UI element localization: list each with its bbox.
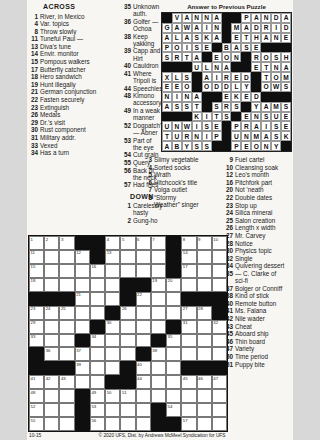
cell-r12c11[interactable]: [181, 389, 196, 403]
cell-r1c7[interactable]: 5: [120, 236, 135, 250]
clue: 42Nile wader: [224, 315, 286, 322]
clue-number: 44: [122, 85, 133, 92]
clue-number: 6: [143, 179, 154, 186]
cell-r12c13[interactable]: [212, 389, 227, 403]
cell-r7c13: M: [281, 72, 291, 82]
clue: 25Salon creation: [224, 217, 286, 224]
cell-r14c5[interactable]: 56: [90, 417, 105, 431]
cell-r1c2: V: [172, 13, 182, 23]
clue-number: 56: [122, 167, 133, 181]
clue-number: 49: [122, 107, 133, 121]
cell-r13c1[interactable]: 52: [29, 403, 44, 417]
clue-text: Thin board: [235, 338, 286, 345]
cell-r13c4: N: [192, 131, 202, 141]
cell-r11c9[interactable]: [151, 375, 166, 389]
cell-r8c13: S: [281, 82, 291, 92]
clue: 11Tuneful Paul —: [29, 35, 122, 42]
cell-r1c1[interactable]: 1: [29, 236, 44, 250]
cell-number: 20: [168, 278, 173, 283]
clue-number: 16: [224, 179, 235, 186]
clue: 35Unknown auth.: [122, 3, 161, 17]
black-cell: [120, 292, 135, 306]
cell-r5c7: O: [222, 52, 232, 62]
cell-r1c9[interactable]: 7: [151, 236, 166, 250]
clue-text: Time period: [235, 353, 286, 360]
cell-r11c10[interactable]: [166, 375, 181, 389]
clue-number: 57: [122, 181, 133, 188]
cell-r7c6: I: [212, 72, 222, 82]
cell-r6c12[interactable]: 28: [197, 306, 212, 320]
black-cell: [222, 33, 232, 43]
cell-r11c1[interactable]: 41: [29, 375, 44, 389]
cell-r12c2[interactable]: [44, 389, 59, 403]
cell-r8c3[interactable]: [59, 334, 74, 348]
cell-r6c10[interactable]: [166, 306, 181, 320]
clue-text: Silica mineral: [235, 209, 286, 216]
cell-r13c10[interactable]: 54: [166, 403, 181, 417]
cell-r10c9[interactable]: [151, 361, 166, 375]
cell-r11c2[interactable]: 42: [44, 375, 59, 389]
cell-r13c6[interactable]: [105, 403, 120, 417]
black-cell: [212, 361, 227, 375]
cell-r6c11: T: [261, 62, 271, 72]
cell-r7c4[interactable]: [75, 320, 90, 334]
cell-number: 35: [168, 334, 173, 339]
clue-text: Dogpatch's — Abner: [133, 122, 164, 136]
cell-r8c13[interactable]: [212, 334, 227, 348]
cell-r13c12[interactable]: [197, 403, 212, 417]
cell-r12c10[interactable]: [166, 389, 181, 403]
cell-r8c5[interactable]: 34: [90, 334, 105, 348]
black-cell: [105, 375, 120, 389]
cell-r13c8[interactable]: [136, 403, 151, 417]
cell-r3c7[interactable]: [120, 264, 135, 278]
cell-r7c5: A: [202, 72, 212, 82]
cell-r1c12[interactable]: 9: [197, 236, 212, 250]
cell-r3c12[interactable]: [197, 264, 212, 278]
cell-number: 28: [198, 306, 203, 311]
cell-r2c2[interactable]: [44, 250, 59, 264]
cell-r9c10[interactable]: [166, 347, 181, 361]
cell-r2c11[interactable]: 14: [181, 250, 196, 264]
cell-r6c4[interactable]: [75, 306, 90, 320]
cell-r4c2[interactable]: [44, 278, 59, 292]
answer-panel-title: Answer to Previous Puzzle: [161, 3, 292, 10]
clue-text: Sorted socks: [154, 164, 201, 171]
cell-r14c5: S: [202, 141, 212, 151]
cell-number: 3: [61, 237, 63, 242]
cell-r7c9[interactable]: [151, 320, 166, 334]
down-clues-right-column: 9Fuel cartel10Cleansing soak12Leo's mont…: [224, 156, 286, 368]
black-cell: [182, 112, 192, 122]
cell-r14c10: O: [251, 141, 261, 151]
cell-r3c13: E: [281, 33, 291, 43]
cell-r11c13[interactable]: 47: [212, 375, 227, 389]
cell-r12c7[interactable]: 51: [120, 389, 135, 403]
clue: 13Diva's tune: [29, 43, 122, 50]
cell-r3c3[interactable]: [59, 264, 74, 278]
clue-text: Double dates: [235, 194, 286, 201]
cell-r12c3: W: [182, 121, 192, 131]
cell-r4c13[interactable]: [212, 278, 227, 292]
clue-number: 11: [29, 35, 40, 42]
cell-r14c6[interactable]: [105, 417, 120, 431]
cell-r8c11[interactable]: [181, 334, 196, 348]
clue-number: 33: [29, 142, 40, 149]
cell-number: 27: [183, 306, 188, 311]
black-cell: [281, 141, 291, 151]
cell-r4c9: S: [241, 43, 251, 53]
cell-number: 52: [31, 404, 36, 409]
cell-r11c9: E: [241, 112, 251, 122]
cell-r8c8[interactable]: [136, 334, 151, 348]
cell-r8c6[interactable]: [105, 334, 120, 348]
black-cell: [162, 62, 172, 72]
cell-r14c8[interactable]: [136, 417, 151, 431]
clue-text: Hero sandwich: [40, 73, 122, 80]
cell-r3c8[interactable]: [136, 264, 151, 278]
clue: 38Keep yakking: [122, 33, 161, 47]
cell-r1c3[interactable]: 3: [59, 236, 74, 250]
clue-number: 18: [29, 73, 40, 80]
cell-r5c4[interactable]: 21: [75, 292, 90, 306]
cell-r2c9: A: [241, 23, 251, 33]
cell-number: 34: [91, 334, 96, 339]
cell-r11c11: S: [261, 112, 271, 122]
cell-r5c10: R: [251, 52, 261, 62]
black-cell: [120, 375, 135, 389]
cell-r9c12[interactable]: [197, 347, 212, 361]
cell-r8c1[interactable]: 33: [29, 334, 44, 348]
cell-r1c11[interactable]: 8: [181, 236, 196, 250]
cell-r12c3[interactable]: [59, 389, 74, 403]
cell-r6c11[interactable]: 27: [181, 306, 196, 320]
clue-text: Hunt illegally: [40, 81, 122, 88]
cell-r4c4[interactable]: [75, 278, 90, 292]
cell-r8c3: O: [182, 82, 192, 92]
cell-r14c11[interactable]: 57: [181, 417, 196, 431]
cell-r10c2: S: [172, 102, 182, 112]
cell-r9c13[interactable]: [212, 347, 227, 361]
cell-r4c9[interactable]: 19: [151, 278, 166, 292]
cell-r9c4[interactable]: 37: [75, 347, 90, 361]
cell-r1c2[interactable]: 2: [44, 236, 59, 250]
clue: 4Var. topics: [29, 20, 122, 27]
cell-r1c13[interactable]: 10: [212, 236, 227, 250]
cell-r9c6[interactable]: [105, 347, 120, 361]
cell-r12c9[interactable]: [151, 389, 166, 403]
cell-r9c2: I: [172, 92, 182, 102]
cell-r6c9[interactable]: [151, 306, 166, 320]
cell-r12c2: N: [172, 121, 182, 131]
cell-r9c11[interactable]: [181, 347, 196, 361]
cell-number: 44: [137, 376, 142, 381]
cell-r2c8[interactable]: [136, 250, 151, 264]
cell-r11c12: U: [271, 112, 281, 122]
cell-r11c11[interactable]: 45: [181, 375, 196, 389]
cell-r13c7[interactable]: [120, 403, 135, 417]
clue-text: Puppy bite: [235, 361, 286, 368]
clue: 23Extinguish: [29, 104, 122, 111]
cell-r11c13: E: [281, 112, 291, 122]
cell-r2c12[interactable]: [197, 250, 212, 264]
cell-r11c5[interactable]: [90, 375, 105, 389]
clue-number: 7: [143, 186, 154, 193]
cell-r9c7[interactable]: [120, 347, 135, 361]
cell-r13c13[interactable]: [212, 403, 227, 417]
black-cell: [105, 306, 120, 320]
cell-r3c6[interactable]: [105, 264, 120, 278]
cell-r7c13[interactable]: 32: [212, 320, 227, 334]
black-cell: [202, 92, 212, 102]
cell-r3c4: S: [192, 33, 202, 43]
cell-r2c3[interactable]: [59, 250, 74, 264]
cell-r13c2: U: [172, 131, 182, 141]
cell-r3c1[interactable]: 15: [29, 264, 44, 278]
cell-r8c9: Y: [241, 82, 251, 92]
clue: 44Speechless: [122, 85, 161, 92]
cell-r4c5[interactable]: [90, 278, 105, 292]
cell-number: 49: [91, 390, 96, 395]
cell-r4c3[interactable]: [59, 278, 74, 292]
clue-text: Kind of stick: [235, 292, 286, 299]
cell-r10c5[interactable]: [90, 361, 105, 375]
clue-text: Extinguish: [40, 104, 122, 111]
cell-r14c3[interactable]: [59, 417, 74, 431]
cell-r11c4[interactable]: [75, 375, 90, 389]
clue-number: 2: [122, 217, 133, 224]
cell-r13c11[interactable]: [181, 403, 196, 417]
clue: 10Cleansing soak: [224, 164, 286, 171]
cell-r13c3[interactable]: [59, 403, 74, 417]
cell-r10c4[interactable]: 39: [75, 361, 90, 375]
black-cell: [197, 292, 212, 306]
cell-r4c11[interactable]: [181, 278, 196, 292]
clue: 50Time period: [224, 353, 286, 360]
cell-number: 22: [137, 292, 142, 297]
cell-r6c2[interactable]: 24: [44, 306, 59, 320]
cell-number: 11: [31, 250, 35, 255]
cell-r7c8[interactable]: [136, 320, 151, 334]
cell-r10c10[interactable]: [166, 361, 181, 375]
clue: 1River, in Mexico: [29, 13, 122, 20]
cell-r5c5[interactable]: [90, 292, 105, 306]
crossword-page: ACROSS 1River, in Mexico4Var. topics8Thr…: [27, 0, 293, 440]
clue-number: 29: [29, 119, 40, 126]
cell-r4c12[interactable]: [197, 278, 212, 292]
clue-number: 4: [143, 164, 154, 171]
cell-r13c2[interactable]: [44, 403, 59, 417]
cell-r14c1[interactable]: 55: [29, 417, 44, 431]
cell-r2c4: A: [192, 23, 202, 33]
cell-r13c6: P: [212, 131, 222, 141]
cell-r2c10: D: [251, 23, 261, 33]
cell-r13c3: R: [182, 131, 192, 141]
cell-r7c12[interactable]: [197, 320, 212, 334]
cell-r11c12[interactable]: 46: [197, 375, 212, 389]
cell-r13c10: M: [251, 131, 261, 141]
cell-r10c6[interactable]: [105, 361, 120, 375]
clue-text: Rust component: [40, 126, 122, 133]
clue-text: Vexed: [40, 142, 122, 149]
cell-r10c1: A: [162, 102, 172, 112]
cell-r5c6[interactable]: [105, 292, 120, 306]
cell-r4c2: O: [172, 43, 182, 53]
cell-r2c9[interactable]: [151, 250, 166, 264]
black-cell: [271, 92, 281, 102]
clue-text: Capp and Hirt: [133, 47, 161, 61]
clue-text: Aboard ship: [235, 330, 286, 337]
clue-number: 38: [122, 33, 133, 47]
across-header: ACROSS: [43, 3, 122, 10]
clue-text: Keep yakking: [133, 33, 161, 47]
clue-number: 39: [122, 47, 133, 61]
cell-r6c8[interactable]: [136, 306, 151, 320]
cell-r1c8[interactable]: 6: [136, 236, 151, 250]
clue-text: Cauldron: [133, 62, 161, 69]
cell-number: 51: [122, 390, 127, 395]
cell-r1c6[interactable]: 4: [105, 236, 120, 250]
cell-r6c6: N: [212, 62, 222, 72]
cell-r7c2[interactable]: [44, 320, 59, 334]
cell-r6c5[interactable]: [90, 306, 105, 320]
cell-r14c12[interactable]: [197, 417, 212, 431]
cell-r12c1[interactable]: 48: [29, 389, 44, 403]
cell-r8c12[interactable]: [197, 334, 212, 348]
cell-r9c3[interactable]: [59, 347, 74, 361]
cell-r11c8[interactable]: 44: [136, 375, 151, 389]
black-cell: [261, 43, 271, 53]
cell-r7c6[interactable]: 30: [105, 320, 120, 334]
cell-r7c11[interactable]: 31: [181, 320, 196, 334]
clue-text: German conjunction: [40, 88, 122, 95]
clue: 31Military addr.: [29, 134, 122, 141]
clue-text: Cheat: [235, 323, 286, 330]
cell-r8c2[interactable]: [44, 334, 59, 348]
clue-text: Physics topic: [235, 247, 286, 254]
clue-text: Military addr.: [40, 134, 122, 141]
clue: 30Rust component: [29, 126, 122, 133]
black-cell: [281, 92, 291, 102]
cell-r2c3: W: [182, 23, 192, 33]
cell-r2c6[interactable]: 13: [105, 250, 120, 264]
cell-r14c13[interactable]: [212, 417, 227, 431]
cell-r3c9[interactable]: [151, 264, 166, 278]
clue-text: Notice: [235, 240, 286, 247]
cell-r12c12[interactable]: [197, 389, 212, 403]
cell-r4c1[interactable]: 18: [29, 278, 44, 292]
cell-number: 15: [31, 264, 36, 269]
black-cell: [212, 292, 227, 306]
clue: 35— C. Clarke of sci-fi: [224, 270, 286, 284]
cell-r12c6[interactable]: 50: [105, 389, 120, 403]
clue-number: 8: [143, 194, 154, 208]
cell-r10c12: M: [271, 102, 281, 112]
cell-r7c3[interactable]: [59, 320, 74, 334]
cell-r2c4[interactable]: 12: [75, 250, 90, 264]
cell-r5c8[interactable]: 22: [136, 292, 151, 306]
cell-r2c7[interactable]: [120, 250, 135, 264]
black-cell: [29, 361, 44, 375]
clue-text: Not 'neath: [235, 186, 286, 193]
cell-r3c2[interactable]: [44, 264, 59, 278]
cell-r3c13[interactable]: [212, 264, 227, 278]
cell-r14c2[interactable]: [44, 417, 59, 431]
black-cell: [59, 292, 74, 306]
clue-number: 4: [29, 20, 40, 27]
cell-number: 24: [46, 306, 51, 311]
cell-r5c10[interactable]: [166, 292, 181, 306]
cell-r3c5: K: [202, 33, 212, 43]
black-cell: [44, 361, 59, 375]
cell-r10c8[interactable]: 40: [136, 361, 151, 375]
cell-r4c10[interactable]: 20: [166, 278, 181, 292]
clue-number: 17: [29, 66, 40, 73]
cell-r7c7[interactable]: [120, 320, 135, 334]
cell-r5c9[interactable]: [151, 292, 166, 306]
cell-r3c5[interactable]: 16: [90, 264, 105, 278]
clue: 38Kind of stick: [224, 292, 286, 299]
cell-r11c3[interactable]: 43: [59, 375, 74, 389]
cell-r3c11[interactable]: 17: [181, 264, 196, 278]
cell-r9c9[interactable]: 38: [151, 347, 166, 361]
cell-r10c10: Y: [251, 102, 261, 112]
cell-number: 2: [46, 237, 48, 242]
cell-r1c4: N: [192, 13, 202, 23]
cell-r4c6[interactable]: [105, 278, 120, 292]
black-cell: [202, 52, 212, 62]
cell-r6c1[interactable]: 23: [29, 306, 44, 320]
cell-number: 32: [213, 320, 218, 325]
clue-text: Mr. Carvey: [235, 232, 286, 239]
clue: 24Silica mineral: [224, 209, 286, 216]
cell-r11c7: S: [222, 112, 232, 122]
clue: 52Dogpatch's — Abner: [122, 122, 161, 136]
clue: 40Cauldron: [122, 62, 161, 69]
cell-r4c10: E: [251, 43, 261, 53]
clue: 2Gung-ho: [122, 217, 161, 224]
cell-r6c3[interactable]: 25: [59, 306, 74, 320]
clue-text: Bolger or Conniff: [235, 285, 286, 292]
cell-r13c5[interactable]: 53: [90, 403, 105, 417]
cell-r12c1: U: [162, 121, 172, 131]
cell-r12c5[interactable]: 49: [90, 389, 105, 403]
black-cell: [75, 403, 90, 417]
cell-number: 14: [183, 250, 188, 255]
clue: 49In a weak manner: [122, 107, 161, 121]
cell-r9c2[interactable]: 36: [44, 347, 59, 361]
cell-r8c7[interactable]: [120, 334, 135, 348]
cell-r12c8[interactable]: [136, 389, 151, 403]
cell-r13c9: N: [241, 131, 251, 141]
clue-text: Unknown auth.: [133, 3, 161, 17]
black-cell: [251, 72, 261, 82]
cell-r6c7[interactable]: 26: [120, 306, 135, 320]
cell-r2c1[interactable]: 11: [29, 250, 44, 264]
cell-r2c12: I: [271, 23, 281, 33]
cell-r3c4[interactable]: [75, 264, 90, 278]
clue-number: 55: [122, 159, 133, 166]
clue-number: 14: [29, 50, 40, 57]
cell-r9c5[interactable]: [90, 347, 105, 361]
cell-r14c7[interactable]: [120, 417, 135, 431]
clue: 40Remote button: [224, 300, 286, 307]
cell-r8c10[interactable]: 35: [166, 334, 181, 348]
cell-r2c13[interactable]: [212, 250, 227, 264]
cell-r7c1[interactable]: 29: [29, 320, 44, 334]
black-cell: [241, 102, 251, 112]
cell-r8c1: E: [162, 82, 172, 92]
